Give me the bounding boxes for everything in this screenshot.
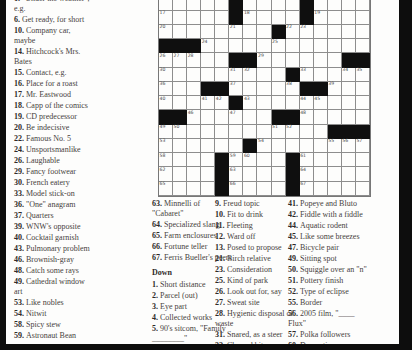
clue-number-label: 48. (14, 266, 26, 275)
grid-cell-r2c1[interactable]: 14 (159, 0, 173, 11)
grid-cell-r10c15[interactable] (356, 110, 370, 124)
grid-cell-r3c1[interactable]: 17 (159, 11, 173, 25)
grid-cell-r5c13[interactable] (328, 39, 342, 53)
grid-cell-r7c7[interactable]: 32 (243, 68, 257, 82)
clue-number-label: 1. (14, 0, 22, 3)
grid-cell-r2c15[interactable] (356, 0, 370, 11)
clue-45: 45. Like some breezes (288, 232, 398, 242)
grid-cell-r3c4[interactable] (201, 11, 215, 25)
grid-cell-r7c13[interactable] (328, 68, 342, 82)
clue-text: Polka followers (300, 330, 350, 339)
black-cell-r15c10 (286, 182, 300, 196)
grid-cell-r9c4[interactable]: 41 (201, 96, 215, 110)
clue-text: Bicycle pair (300, 243, 339, 252)
black-cell-r9c6 (229, 96, 243, 110)
clue-number-label: 28. (215, 309, 227, 318)
grid-cell-r6c12[interactable] (314, 53, 328, 67)
grid-cell-r11c10[interactable]: 52 (286, 125, 300, 139)
clue-number-28: 28 (188, 53, 194, 58)
grid-cell-r9c11[interactable]: 44 (300, 96, 314, 110)
grid-cell-r10c13[interactable] (328, 110, 342, 124)
grid-cell-r8c14[interactable] (342, 82, 356, 96)
clue-number-label: 10. (14, 26, 26, 35)
grid-cell-r12c6[interactable] (229, 139, 243, 153)
grid-cell-r12c8[interactable]: 54 (257, 139, 271, 153)
grid-cell-r3c14[interactable] (342, 11, 356, 25)
grid-cell-r11c11[interactable] (300, 125, 314, 139)
grid-cell-r7c9[interactable] (272, 68, 286, 82)
grid-cell-r11c9[interactable]: 51 (272, 125, 286, 139)
clue-number-label: 43. (14, 244, 26, 253)
grid-cell-r15c12[interactable] (314, 182, 328, 196)
clue-number-18: 18 (244, 10, 250, 15)
grid-cell-r11c5[interactable] (215, 125, 229, 139)
grid-cell-r6c9[interactable] (272, 53, 286, 67)
clue-42: 42. Fiddle with a fiddle (288, 210, 398, 220)
grid-cell-r15c4[interactable] (201, 182, 215, 196)
grid-cell-r4c4[interactable] (201, 25, 215, 39)
grid-cell-r14c6[interactable]: 63 (229, 167, 243, 181)
clue-57: 57. Polka followers (288, 330, 398, 340)
clue-54: 54. Nitwit (14, 309, 136, 319)
grid-cell-r13c9[interactable] (272, 153, 286, 167)
grid-cell-r14c2[interactable] (173, 167, 187, 181)
clue-number-label: 27. (215, 298, 227, 307)
grid-cell-r10c6[interactable]: 47 (229, 110, 243, 124)
grid-cell-r8c2[interactable] (173, 82, 187, 96)
grid-cell-r2c7[interactable]: 15 (243, 0, 257, 11)
grid-cell-r7c8[interactable] (257, 68, 271, 82)
grid-cell-r6c3[interactable]: 28 (187, 53, 201, 67)
grid-cell-r5c6[interactable] (229, 39, 243, 53)
clue-text: Nitwit (26, 309, 46, 318)
clue-text: Get ready, for short (22, 15, 84, 24)
grid-cell-r12c11[interactable] (300, 139, 314, 153)
grid-cell-r9c5[interactable]: 42 (215, 96, 229, 110)
grid-cell-r2c4[interactable] (201, 0, 215, 11)
clue-number-label: 14. (14, 47, 26, 56)
grid-cell-r12c15[interactable]: 57 (356, 139, 370, 153)
grid-cell-r8c8[interactable] (257, 82, 271, 96)
grid-cell-r13c4[interactable] (201, 153, 215, 167)
grid-cell-r14c4[interactable] (201, 167, 215, 181)
clue-number-label: 17. (14, 90, 26, 99)
grid-cell-r8c7[interactable] (243, 82, 257, 96)
black-cell-r13c10 (286, 153, 300, 167)
clue-text: Consideration (227, 265, 272, 274)
grid-cell-r15c1[interactable]: 65 (159, 182, 173, 196)
clue-number-30: 30 (160, 67, 166, 72)
clue-number-64: 64 (300, 167, 306, 172)
grid-cell-r11c4[interactable] (201, 125, 215, 139)
grid-cell-r10c4[interactable] (201, 110, 215, 124)
grid-cell-r5c15[interactable] (356, 39, 370, 53)
grid-cell-r10c12[interactable] (314, 110, 328, 124)
grid-cell-r6c11[interactable] (300, 53, 314, 67)
clue-number-27: 27 (174, 53, 180, 58)
grid-cell-r12c9[interactable] (272, 139, 286, 153)
black-cell-r11c13 (328, 125, 342, 139)
grid-cell-r9c15[interactable] (356, 96, 370, 110)
black-cell-r5c2 (173, 39, 187, 53)
grid-cell-r7c11[interactable]: 33 (300, 68, 314, 82)
grid-cell-r4c14[interactable] (342, 25, 356, 39)
clue-1: 1. "Under the weather", e.g. (14, 0, 136, 14)
grid-cell-r5c11[interactable] (300, 39, 314, 53)
clue-number-54: 54 (258, 138, 264, 143)
grid-cell-r9c12[interactable]: 45 (314, 96, 328, 110)
grid-cell-r10c5[interactable] (215, 110, 229, 124)
clue-text: Posed to propose (227, 243, 282, 252)
grid-cell-r6c1[interactable]: 26 (159, 53, 173, 67)
clue-number-43: 43 (244, 96, 250, 101)
grid-cell-r15c7[interactable] (243, 182, 257, 196)
clue-number-label: 2. (152, 291, 160, 300)
grid-cell-r3c5[interactable] (215, 11, 229, 25)
grid-cell-r9c2[interactable] (173, 96, 187, 110)
grid-cell-r5c8[interactable] (257, 39, 271, 53)
black-cell-r11c14 (342, 125, 356, 139)
grid-cell-r9c9[interactable] (272, 96, 286, 110)
grid-cell-r13c6[interactable]: 59 (229, 153, 243, 167)
clue-text: Capp of the comics (26, 101, 88, 110)
grid-cell-r11c3[interactable] (187, 125, 201, 139)
clue-number-26: 26 (160, 53, 166, 58)
clue-number-label: 63. (152, 199, 164, 208)
grid-cell-r10c11[interactable]: 48 (300, 110, 314, 124)
grid-cell-r9c13[interactable] (328, 96, 342, 110)
grid-cell-r14c7[interactable] (243, 167, 257, 181)
grid-cell-r10c8[interactable] (257, 110, 271, 124)
grid-cell-r14c8[interactable] (257, 167, 271, 181)
grid-cell-r15c11[interactable]: 67 (300, 182, 314, 196)
clue-number-label: 20. (14, 123, 26, 132)
grid-cell-r13c3[interactable] (187, 153, 201, 167)
grid-cell-r15c9[interactable] (272, 182, 286, 196)
clue-41: 41. Popeye and Bluto (288, 199, 398, 209)
grid-cell-r3c2[interactable] (173, 11, 187, 25)
clue-number-49: 49 (160, 124, 166, 129)
grid-cell-r12c1[interactable]: 53 (159, 139, 173, 153)
grid-cell-r2c13[interactable] (328, 0, 342, 11)
clue-48: 48. Catch some rays (14, 266, 136, 276)
clue-number-34: 34 (342, 67, 348, 72)
grid-cell-r3c15[interactable] (356, 11, 370, 25)
grid-cell-r7c14[interactable]: 34 (342, 68, 356, 82)
grid-cell-r14c12[interactable] (314, 167, 328, 181)
grid-cell-r15c15[interactable] (356, 182, 370, 196)
clue-number-label: 52. (288, 287, 300, 296)
grid-cell-r4c6[interactable]: 21 (229, 25, 243, 39)
grid-cell-r4c5[interactable] (215, 25, 229, 39)
grid-cell-r4c13[interactable] (328, 25, 342, 39)
grid-cell-r8c9[interactable] (272, 82, 286, 96)
grid-cell-r3c9[interactable] (272, 11, 286, 25)
clue-text: "One" anagram (26, 200, 75, 209)
grid-cell-r9c3[interactable] (187, 96, 201, 110)
clue-text: Famous No. 5 (26, 134, 71, 143)
clue-number-label: 4. (152, 313, 160, 322)
clue-text: Spicy stew (26, 320, 61, 329)
grid-cell-r12c2[interactable] (173, 139, 187, 153)
clue-50: 50. Squiggle over an "n" (288, 265, 398, 275)
clue-number-label: 42. (288, 210, 300, 219)
clue-number-label: 41. (288, 199, 300, 208)
clue-22: 22. Famous No. 5 (14, 134, 136, 144)
clue-text: Eye part (160, 302, 187, 311)
grid-cell-r11c8[interactable] (257, 125, 271, 139)
grid-cell-r7c6[interactable]: 31 (229, 68, 243, 82)
grid-cell-r7c12[interactable] (314, 68, 328, 82)
grid-cell-r6c5[interactable] (215, 53, 229, 67)
grid-cell-r6c2[interactable]: 27 (173, 53, 187, 67)
grid-cell-r9c14[interactable] (342, 96, 356, 110)
clue-56: 56. 2005 film, "____ Flux" (288, 309, 398, 329)
grid-cell-r2c12[interactable]: 16 (314, 0, 328, 11)
clue-text: Place for a roast (26, 79, 78, 88)
grid-cell-r13c8[interactable] (257, 153, 271, 167)
grid-cell-r13c13[interactable] (328, 153, 342, 167)
grid-cell-r5c10[interactable] (286, 39, 300, 53)
grid-cell-r3c12[interactable]: 19 (314, 11, 328, 25)
clue-number-label: 31. (215, 330, 227, 339)
clue-number-label: 29. (14, 167, 26, 176)
grid-cell-r7c3[interactable] (187, 68, 201, 82)
grid-cell-r5c7[interactable] (243, 39, 257, 53)
clue-number-16: 16 (314, 0, 320, 1)
grid-cell-r8c1[interactable]: 36 (159, 82, 173, 96)
grid-cell-r8c10[interactable]: 38 (286, 82, 300, 96)
black-cell-r12c7 (243, 139, 257, 153)
grid-cell-r2c9[interactable] (272, 0, 286, 11)
clue-number-label: 59. (14, 331, 26, 340)
grid-cell-r3c10[interactable] (286, 11, 300, 25)
clue-number-label: 51. (288, 276, 300, 285)
clue-33: 33. Model stick-on (14, 189, 136, 199)
clue-6: 6. Get ready, for short (14, 15, 136, 25)
grid-cell-r6c4[interactable] (201, 53, 215, 67)
clue-15: 15. Contact, e.g. (14, 68, 136, 78)
grid-cell-r14c11[interactable]: 64 (300, 167, 314, 181)
grid-cell-r12c14[interactable]: 56 (342, 139, 356, 153)
clue-number-label: 23. (215, 265, 227, 274)
grid-cell-r14c1[interactable]: 62 (159, 167, 173, 181)
clue-number-label: 26. (215, 287, 227, 296)
grid-cell-r11c1[interactable]: 49 (159, 125, 173, 139)
clue-49: 49. Cathedral window art (14, 277, 136, 297)
grid-cell-r12c10[interactable] (286, 139, 300, 153)
grid-cell-r13c7[interactable]: 60 (243, 153, 257, 167)
grid-cell-r15c8[interactable] (257, 182, 271, 196)
grid-cell-r12c4[interactable] (201, 139, 215, 153)
clue-number-37: 37 (230, 81, 236, 86)
clue-39: 39. WNW's opposite (14, 222, 136, 232)
grid-cell-r12c13[interactable]: 55 (328, 139, 342, 153)
grid-cell-r4c10[interactable]: 22 (286, 25, 300, 39)
grid-cell-r8c3[interactable] (187, 82, 201, 96)
grid-cell-r13c2[interactable] (173, 153, 187, 167)
grid-cell-r15c13[interactable] (328, 182, 342, 196)
scan-border-right (399, 0, 412, 350)
clue-number-29: 29 (258, 53, 264, 58)
grid-cell-r2c5[interactable] (215, 0, 229, 11)
grid-cell-r10c14[interactable] (342, 110, 356, 124)
grid-cell-r7c4[interactable] (201, 68, 215, 82)
grid-cell-r13c14[interactable] (342, 153, 356, 167)
grid-cell-r4c3[interactable] (187, 25, 201, 39)
grid-cell-r14c14[interactable] (342, 167, 356, 181)
clue-number-label: 39. (14, 222, 26, 231)
grid-cell-r7c1[interactable]: 30 (159, 68, 173, 82)
clue-number-36: 36 (160, 81, 166, 86)
grid-cell-r11c6[interactable] (229, 125, 243, 139)
clue-number-40: 40 (160, 96, 166, 101)
grid-cell-r4c2[interactable] (173, 25, 187, 39)
grid-cell-r15c2[interactable] (173, 182, 187, 196)
grid-cell-r6c10[interactable] (286, 53, 300, 67)
clue-number-33: 33 (300, 67, 306, 72)
clue-number-label: 10. (215, 210, 227, 219)
clue-text: Pulmonary problem (26, 244, 90, 253)
grid-cell-r12c3[interactable] (187, 139, 201, 153)
grid-cell-r7c2[interactable] (173, 68, 187, 82)
clue-number-label: 56. (288, 309, 300, 318)
black-cell-r10c2 (173, 110, 187, 124)
grid-cell-r9c10[interactable] (286, 96, 300, 110)
grid-cell-r14c3[interactable] (187, 167, 201, 181)
black-cell-r6c15 (356, 53, 370, 67)
clue-number-label: 65. (152, 231, 164, 240)
grid-cell-r13c15[interactable] (356, 153, 370, 167)
clue-number-label: 13. (215, 243, 227, 252)
grid-cell-r12c12[interactable] (314, 139, 328, 153)
grid-cell-r5c12[interactable] (314, 39, 328, 53)
clue-number-32: 32 (244, 67, 250, 72)
scan-border-left (0, 0, 6, 350)
clue-number-66: 66 (230, 181, 236, 186)
black-cell-r3c6 (229, 11, 243, 25)
grid-cell-r6c8[interactable]: 29 (257, 53, 271, 67)
grid-cell-r7c5[interactable] (215, 68, 229, 82)
grid-cell-r5c14[interactable] (342, 39, 356, 53)
grid-cell-r14c13[interactable] (328, 167, 342, 181)
grid-cell-r2c10[interactable] (286, 0, 300, 11)
clue-text: Fleeting (227, 221, 253, 230)
grid-cell-r2c3[interactable] (187, 0, 201, 11)
clue-number-label: 36. (14, 200, 26, 209)
clue-number-50: 50 (174, 124, 180, 129)
clue-text: Brownish-gray (26, 255, 74, 264)
grid-cell-r7c15[interactable]: 35 (356, 68, 370, 82)
clue-20: 20. Be indecisive (14, 123, 136, 133)
grid-cell-r4c11[interactable]: 23 (300, 25, 314, 39)
grid-cell-r9c1[interactable]: 40 (159, 96, 173, 110)
black-cell-r2c11 (300, 0, 314, 11)
clue-number-35: 35 (356, 67, 362, 72)
grid-cell-r11c2[interactable]: 50 (173, 125, 187, 139)
clue-49: 49. Sitting spot (288, 254, 398, 264)
grid-cell-r8c15[interactable] (356, 82, 370, 96)
grid-cell-r6c13[interactable] (328, 53, 342, 67)
clue-number-label: 49. (288, 254, 300, 263)
clue-number-label: 11. (215, 221, 227, 230)
clue-number-45: 45 (314, 96, 320, 101)
clue-14: 14. Hitchcock's Mrs. Bates (14, 47, 136, 67)
grid-cell-r3c8[interactable] (257, 11, 271, 25)
clue-number-label: 22. (14, 134, 26, 143)
clue-number-label: 5. (152, 324, 160, 333)
clue-24: 24. Unsportsmanlike (14, 145, 136, 155)
grid-cell-r4c15[interactable] (356, 25, 370, 39)
grid-cell-r15c6[interactable]: 66 (229, 182, 243, 196)
grid-cell-r12c5[interactable] (215, 139, 229, 153)
clue-number-61: 61 (300, 153, 306, 158)
grid-cell-r13c1[interactable]: 58 (159, 153, 173, 167)
grid-cell-r14c9[interactable] (272, 167, 286, 181)
clue-number-38: 38 (286, 81, 292, 86)
grid-cell-r4c8[interactable] (257, 25, 271, 39)
down-clues-column-3: 41. Popeye and Bluto42. Fiddle with a fi… (288, 199, 398, 350)
clue-10: 10. Company car, maybe (14, 26, 136, 46)
grid-cell-r4c7[interactable] (243, 25, 257, 39)
grid-cell-r5c9[interactable]: 25 (272, 39, 286, 53)
grid-cell-r3c7[interactable]: 18 (243, 11, 257, 25)
clue-number-39: 39 (328, 81, 334, 86)
clue-number-48: 48 (300, 110, 306, 115)
clue-number-label: 33. (14, 189, 26, 198)
grid-cell-r3c3[interactable] (187, 11, 201, 25)
grid-cell-r8c6[interactable]: 37 (229, 82, 243, 96)
grid-cell-r15c14[interactable] (342, 182, 356, 196)
clue-number-label: 55. (288, 298, 300, 307)
grid-cell-r11c7[interactable] (243, 125, 257, 139)
black-cell-r10c9 (272, 110, 286, 124)
grid-cell-r4c1[interactable]: 20 (159, 25, 173, 39)
grid-cell-r13c11[interactable]: 61 (300, 153, 314, 167)
clue-text: Parcel (out) (160, 291, 198, 300)
clue-text: Astronaut Bean (26, 331, 76, 340)
clue-text: CD predecessor (26, 112, 77, 121)
clue-number-42: 42 (216, 96, 222, 101)
clue-number-label: 37. (14, 211, 26, 220)
grid-cell-r13c12[interactable] (314, 153, 328, 167)
grid-cell-r10c3[interactable]: 46 (187, 110, 201, 124)
clue-number-31: 31 (230, 67, 236, 72)
grid-cell-r2c2[interactable] (173, 0, 187, 11)
clue-text: Sitting spot (300, 254, 337, 263)
clue-number-25: 25 (272, 39, 278, 44)
grid-cell-r9c8[interactable] (257, 96, 271, 110)
clue-55: 55. Border (288, 298, 398, 308)
grid-cell-r8c13[interactable]: 39 (328, 82, 342, 96)
grid-cell-r15c3[interactable] (187, 182, 201, 196)
grid-cell-r14c15[interactable] (356, 167, 370, 181)
grid-cell-r5c5[interactable] (215, 39, 229, 53)
clue-number-label: 66. (152, 242, 164, 251)
clue-number-22: 22 (286, 24, 292, 29)
grid-cell-r3c13[interactable] (328, 11, 342, 25)
grid-cell-r10c7[interactable] (243, 110, 257, 124)
grid-cell-r2c14[interactable] (342, 0, 356, 11)
grid-cell-r2c8[interactable] (257, 0, 271, 11)
clue-text: Kind of park (227, 276, 268, 285)
clue-text: Specialized slang (164, 220, 220, 229)
grid-cell-r11c12[interactable] (314, 125, 328, 139)
clue-number-label: 18. (14, 101, 26, 110)
grid-cell-r9c7[interactable]: 43 (243, 96, 257, 110)
grid-cell-r4c12[interactable] (314, 25, 328, 39)
grid-cell-r5c4[interactable]: 24 (201, 39, 215, 53)
